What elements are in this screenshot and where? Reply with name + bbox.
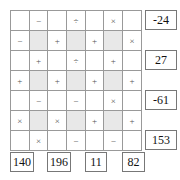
operator-cell-r3c6: +	[104, 51, 123, 71]
operator-cell-r6c7: +	[123, 111, 142, 131]
operator-cell-r1c4: ÷	[67, 11, 86, 31]
entry-cell-r3c7[interactable]	[123, 51, 142, 71]
entry-cell-r1c5[interactable]	[86, 11, 105, 31]
operator-cell-r2c1: −	[11, 31, 30, 51]
entry-cell-r7c1[interactable]	[11, 131, 30, 151]
operator-cell-r3c2: +	[30, 51, 49, 71]
blocked-cell-r6c2	[30, 111, 49, 131]
entry-cell-r5c1[interactable]	[11, 91, 30, 111]
operator-cell-r1c2: −	[30, 11, 49, 31]
blocked-cell-r6c4	[67, 111, 86, 131]
col-target-2: 196	[47, 152, 71, 172]
blocked-cell-r2c6	[104, 31, 123, 51]
operator-cell-r7c6: −	[104, 131, 123, 151]
operator-cell-r7c2: ×	[30, 131, 49, 151]
row-target-2: 27	[145, 50, 177, 70]
entry-cell-r1c3[interactable]	[48, 11, 67, 31]
operator-cell-r5c2: −	[30, 91, 49, 111]
blocked-cell-r4c6	[104, 71, 123, 91]
row-target-3: -61	[145, 90, 177, 110]
operator-cell-r6c1: ×	[11, 111, 30, 131]
blocked-cell-r6c6	[104, 111, 123, 131]
entry-cell-r5c5[interactable]	[86, 91, 105, 111]
operator-cell-r2c7: ×	[123, 31, 142, 51]
operator-cell-r7c4: −	[67, 131, 86, 151]
col-target-3: 11	[85, 152, 107, 172]
operator-cell-r1c6: ×	[104, 11, 123, 31]
blocked-cell-r4c2	[30, 71, 49, 91]
operator-cell-r2c3: +	[48, 31, 67, 51]
col-target-1: 140	[10, 152, 34, 172]
blocked-cell-r2c4	[67, 31, 86, 51]
entry-cell-r7c5[interactable]	[86, 131, 105, 151]
entry-cell-r7c3[interactable]	[48, 131, 67, 151]
operator-cell-r5c4: −	[67, 91, 86, 111]
entry-cell-r5c3[interactable]	[48, 91, 67, 111]
operator-cell-r4c1: +	[11, 71, 30, 91]
blocked-cell-r4c4	[67, 71, 86, 91]
operator-cell-r4c3: +	[48, 71, 67, 91]
operator-cell-r2c5: +	[86, 31, 105, 51]
operator-cell-r3c4: ÷	[67, 51, 86, 71]
entry-cell-r5c7[interactable]	[123, 91, 142, 111]
row-target-1: -24	[145, 10, 177, 30]
col-target-4: 82	[122, 152, 145, 172]
entry-cell-r3c1[interactable]	[11, 51, 30, 71]
entry-cell-r3c3[interactable]	[48, 51, 67, 71]
operator-cell-r5c6: ×	[104, 91, 123, 111]
entry-cell-r1c1[interactable]	[11, 11, 30, 31]
operator-cell-r6c3: ×	[48, 111, 67, 131]
entry-cell-r7c7[interactable]	[123, 131, 142, 151]
operator-cell-r4c5: +	[86, 71, 105, 91]
row-target-4: 153	[145, 130, 177, 150]
entry-cell-r3c5[interactable]	[86, 51, 105, 71]
puzzle-board: −÷×−++×+÷+++++−−×××++×−−	[10, 10, 142, 151]
blocked-cell-r2c2	[30, 31, 49, 51]
operator-cell-r4c7: +	[123, 71, 142, 91]
operator-cell-r6c5: +	[86, 111, 105, 131]
entry-cell-r1c7[interactable]	[123, 11, 142, 31]
